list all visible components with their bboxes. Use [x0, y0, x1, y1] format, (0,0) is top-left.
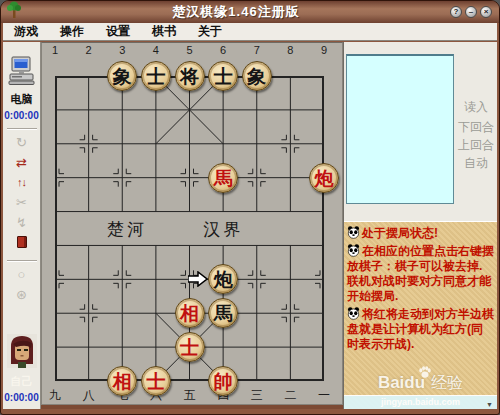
self-name: 自己 — [11, 374, 33, 389]
piece-red-N[interactable]: 馬 — [208, 163, 238, 193]
file-label-top: 8 — [280, 44, 300, 56]
lightning-icon[interactable]: ↯ — [12, 213, 32, 233]
file-label-bottom: 二 — [280, 387, 300, 404]
panda-icon — [347, 244, 360, 257]
svg-text:楚河: 楚河 — [107, 219, 147, 239]
file-label-top: 4 — [146, 44, 166, 56]
player-avatar — [7, 334, 37, 372]
window-title: 楚汉棋缘1.46注册版 — [22, 3, 450, 21]
piece-red-A[interactable]: 士 — [175, 332, 205, 362]
piece-black-k[interactable]: 将 — [175, 61, 205, 91]
menu-game[interactable]: 游戏 — [3, 23, 49, 40]
piece-black-a[interactable]: 士 — [208, 61, 238, 91]
tree-logo-icon — [6, 1, 22, 23]
xiangqi-board[interactable]: 123456789九八七六五四三二一楚河汉界象士将士象馬炮炮相馬士相士帥 — [41, 42, 343, 405]
piece-red-B[interactable]: 相 — [175, 298, 205, 328]
menu-about[interactable]: 关于 — [187, 23, 233, 40]
last-move-arrow-icon — [188, 271, 208, 287]
baidu-domain: jingyan.baidu.com — [381, 397, 460, 407]
close-button[interactable]: × — [480, 6, 492, 18]
right-column: 读入 下回合 上回合 自动 处于摆局状态! 在相应的位置点击右键摆放棋子：棋子可… — [343, 42, 497, 409]
help-button[interactable]: ? — [450, 6, 462, 18]
status-message: 处于摆局状态! — [347, 226, 494, 241]
file-label-top: 5 — [180, 44, 200, 56]
opponent-name: 电脑 — [11, 92, 33, 107]
title-bar[interactable]: 楚汉棋缘1.46注册版 ? – × — [1, 1, 499, 23]
svg-text:汉界: 汉界 — [203, 219, 243, 239]
replay-buttons: 读入 下回合 上回合 自动 — [456, 99, 496, 173]
menu-bar: 游戏 操作 设置 棋书 关于 — [3, 23, 497, 41]
divider — [7, 260, 37, 262]
status-message: 在相应的位置点击右键摆放棋子：棋子可以被去掉.联机对战时要对方同意才能开始摆局. — [347, 244, 494, 304]
file-label-top: 6 — [213, 44, 233, 56]
menu-book[interactable]: 棋书 — [141, 23, 187, 40]
piece-black-b[interactable]: 象 — [242, 61, 272, 91]
exit-book-icon[interactable] — [12, 233, 32, 253]
menu-settings[interactable]: 设置 — [95, 23, 141, 40]
menu-operate[interactable]: 操作 — [49, 23, 95, 40]
file-label-bottom: 五 — [180, 387, 200, 404]
self-clock: 0:00:00 — [4, 392, 38, 403]
computer-icon — [8, 56, 36, 90]
move-list-panel: 读入 下回合 上回合 自动 — [344, 42, 497, 221]
file-label-bottom: 一 — [314, 387, 334, 404]
file-label-top: 1 — [45, 44, 65, 56]
piece-black-a[interactable]: 士 — [141, 61, 171, 91]
strip-dropdown-arrow[interactable]: ▼ — [486, 398, 493, 409]
swap-arrows-icon[interactable]: ⇄ — [12, 153, 32, 173]
opponent-clock: 0:00:00 — [4, 110, 38, 121]
piece-red-A[interactable]: 士 — [141, 366, 171, 396]
file-label-top: 2 — [79, 44, 99, 56]
baidu-watermark: Baidu 经验 — [344, 375, 497, 392]
file-label-bottom: 九 — [45, 387, 65, 404]
left-sidebar: 电脑 0:00:00 ↻ ⇄ ↑↓ ✂ ↯ ○ ⊛ — [3, 42, 41, 409]
file-label-top: 9 — [314, 44, 334, 56]
move-list-box[interactable] — [346, 54, 454, 204]
prev-round-button[interactable]: 上回合 — [456, 137, 496, 153]
status-message: 将红将走动到对方半边棋盘就是让计算机为红方(同时表示开战). — [347, 307, 494, 352]
up-down-arrows-icon[interactable]: ↑↓ — [12, 173, 32, 193]
file-label-top: 3 — [112, 44, 132, 56]
load-button[interactable]: 读入 — [456, 99, 496, 115]
auto-button[interactable]: 自动 — [456, 155, 496, 171]
rotate-icon[interactable]: ↻ — [12, 133, 32, 153]
file-label-bottom: 三 — [247, 387, 267, 404]
divider — [7, 128, 37, 130]
baidu-paw-icon — [418, 366, 432, 381]
file-label-bottom: 八 — [79, 387, 99, 404]
file-label-top: 7 — [247, 44, 267, 56]
board-column: 123456789九八七六五四三二一楚河汉界象士将士象馬炮炮相馬士相士帥 — [41, 42, 343, 409]
main-content: 电脑 0:00:00 ↻ ⇄ ↑↓ ✂ ↯ ○ ⊛ — [3, 42, 497, 409]
scissors-icon[interactable]: ✂ — [12, 193, 32, 213]
piece-red-K[interactable]: 帥 — [208, 366, 238, 396]
piece-red-B[interactable]: 相 — [107, 366, 137, 396]
circle-icon[interactable]: ○ — [12, 265, 32, 285]
status-message-panel: 处于摆局状态! 在相应的位置点击右键摆放棋子：棋子可以被去掉.联机对战时要对方同… — [344, 221, 497, 409]
panda-icon — [347, 226, 360, 239]
minimize-button[interactable]: – — [465, 6, 477, 18]
piece-red-C[interactable]: 炮 — [309, 163, 339, 193]
panda-icon — [347, 307, 360, 320]
next-round-button[interactable]: 下回合 — [456, 119, 496, 135]
baidu-suffix: 经验 — [431, 374, 463, 391]
baidu-domain-strip: jingyan.baidu.com ▼ — [344, 395, 497, 409]
seal-icon[interactable]: ⊛ — [12, 285, 32, 305]
app-window: 楚汉棋缘1.46注册版 ? – × 游戏 操作 设置 棋书 关于 — [0, 0, 500, 415]
